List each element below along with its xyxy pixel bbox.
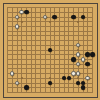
grid-line-vertical [45,90,46,93]
black-stone [24,10,28,14]
grid-line-horizontal [90,26,93,27]
star-point [21,49,23,51]
grid-line-horizontal [90,12,93,13]
star-point [21,21,23,23]
black-stone [85,52,89,56]
go-board-screenshot [0,0,100,100]
grid-line-vertical [50,90,51,93]
black-stone [81,85,85,89]
grid-line-horizontal [90,92,93,93]
grid-line-horizontal [90,83,93,84]
board-cell[interactable] [90,90,95,95]
grid-line-vertical [54,90,55,93]
grid-line-horizontal [90,45,93,46]
star-point [77,49,79,51]
grid-line-vertical [26,90,27,93]
grid-line-vertical [12,90,13,93]
grid-line-horizontal [90,31,93,32]
black-stone [71,15,75,19]
grid-line-vertical [31,90,32,93]
black-stone [71,57,75,61]
star-point [49,21,51,23]
grid-line-horizontal [90,68,93,69]
board-cell[interactable] [15,24,20,29]
grid-line-vertical [7,90,8,93]
board-cell[interactable] [81,57,86,62]
grid-line-horizontal [90,78,93,79]
white-stone [15,24,19,28]
grid-line-horizontal [90,59,93,60]
black-stone [52,15,56,19]
star-point [77,21,79,23]
board-cell[interactable] [90,52,95,57]
grid-line-horizontal [90,73,93,74]
board-cell[interactable] [71,57,76,62]
grid-line-vertical [73,90,74,93]
star-point [21,77,23,79]
grid-line-horizontal [90,21,93,22]
black-stone [24,85,28,89]
grid-line-vertical [87,90,88,93]
grid-line-vertical [64,90,65,93]
black-stone [90,52,94,56]
grid-line-horizontal [90,64,93,65]
grid-line-vertical [83,90,84,93]
grid-line-vertical [21,90,22,93]
grid-line-vertical [78,90,79,93]
grid-line-horizontal [90,87,93,88]
grid-line-horizontal [90,7,93,8]
grid-line-vertical [68,90,69,93]
grid-line-vertical [59,90,60,93]
white-stone [81,57,85,61]
grid-line-horizontal [90,50,93,51]
white-stone [10,71,14,75]
grid-line-horizontal [90,35,93,36]
grid-line-vertical [40,90,41,93]
star-point [77,77,79,79]
grid-line-vertical [17,90,18,93]
board-cell[interactable] [71,15,76,20]
grid-line-vertical [35,90,36,93]
grid-line-horizontal [90,17,93,18]
star-point [49,77,51,79]
board-cell[interactable] [24,85,29,90]
white-stone [71,71,75,75]
go-board[interactable] [5,5,95,95]
grid-line-horizontal [90,40,93,41]
grid-line-vertical [92,90,93,93]
